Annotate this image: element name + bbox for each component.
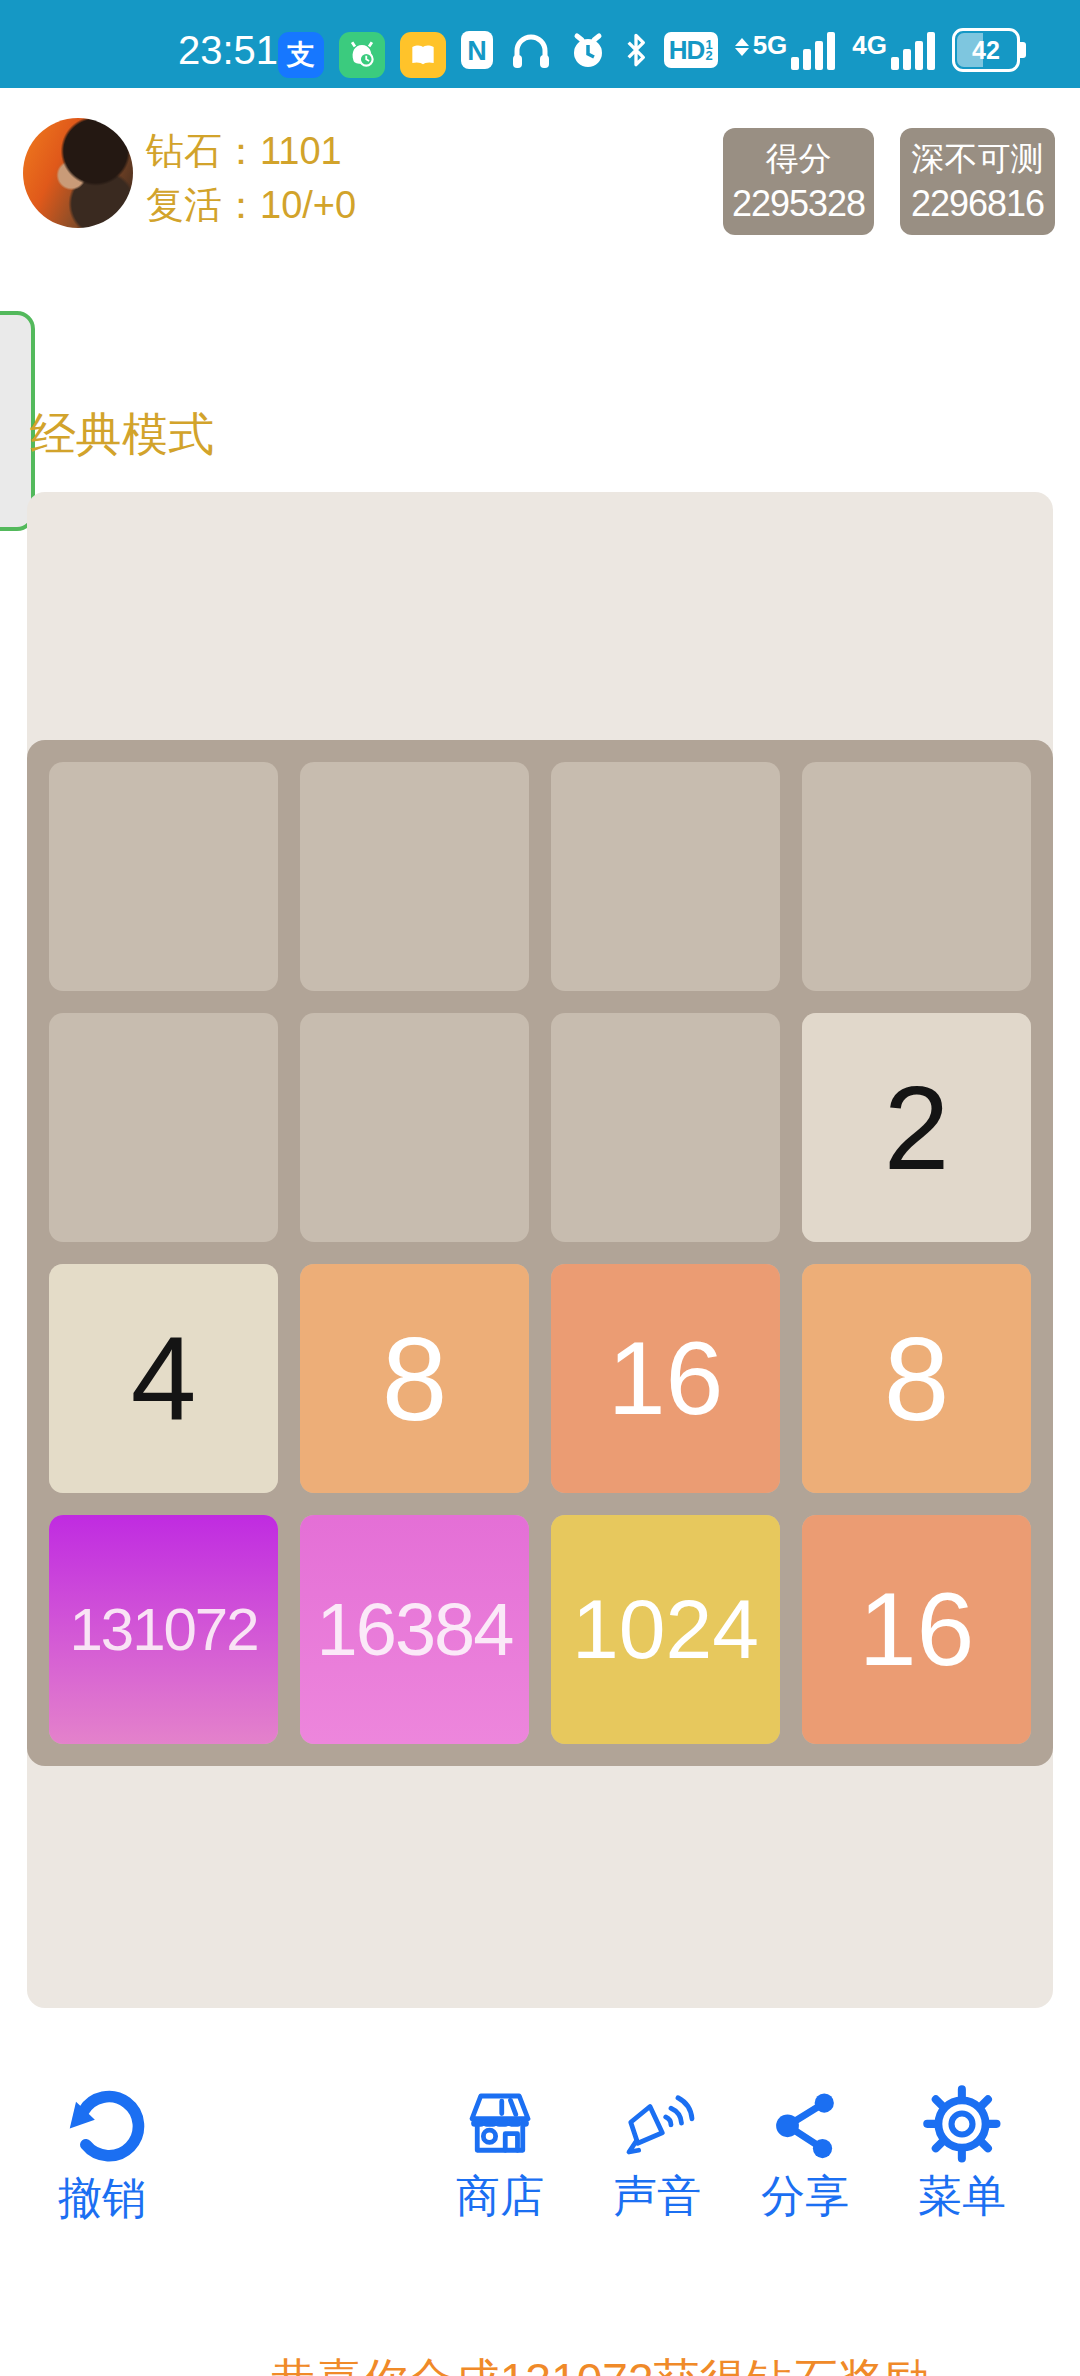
menu-label: 菜单 [918, 2172, 1006, 2220]
tile-2: 2 [802, 1013, 1031, 1242]
score-label: 得分 [766, 137, 832, 181]
best-score-label: 深不可测 [912, 137, 1044, 181]
board-cell: 16384 [300, 1515, 529, 1744]
tile-16: 16 [551, 1264, 780, 1493]
hd-text: HD [669, 35, 705, 66]
board-cell-empty [49, 762, 278, 991]
board[interactable]: 24816813107216384102416 [27, 740, 1053, 1766]
shop-label: 商店 [456, 2172, 544, 2220]
board-cell-empty [551, 1013, 780, 1242]
board-cell: 8 [802, 1264, 1031, 1493]
board-cell: 16 [551, 1264, 780, 1493]
tile-8: 8 [802, 1264, 1031, 1493]
score-value: 2295328 [732, 181, 865, 227]
headphones-icon [511, 31, 551, 69]
tile-8: 8 [300, 1264, 529, 1493]
gear-icon [920, 2082, 1004, 2166]
diamond-label: 钻石： [146, 130, 260, 172]
tile-16384: 16384 [300, 1515, 529, 1744]
data-arrows-icon [735, 38, 749, 56]
score-box: 得分 2295328 [723, 128, 874, 235]
signal-bars [891, 30, 935, 70]
mode-title: 经典模式 [30, 404, 214, 466]
board-cell-empty [300, 1013, 529, 1242]
board-cell: 16 [802, 1515, 1031, 1744]
menu-button[interactable]: 菜单 [877, 2082, 1047, 2220]
status-icons: N HD 1 2 [460, 24, 1020, 76]
diamond-row: 钻石：1101 [146, 124, 356, 178]
app-screen: 23:51 支 N [0, 0, 1080, 2376]
hd-sub: 2 [705, 50, 712, 61]
undo-icon [59, 2082, 145, 2168]
revive-label: 复活： [146, 184, 260, 226]
board-cell: 1024 [551, 1515, 780, 1744]
revive-row: 复活：10/+0 [146, 178, 356, 232]
board-cell: 8 [300, 1264, 529, 1493]
net-4g-label: 4G [852, 30, 887, 61]
undo-label: 撤销 [58, 2174, 146, 2222]
board-cell-empty [49, 1013, 278, 1242]
alarm-clock-icon [568, 30, 608, 70]
share-icon [763, 2082, 847, 2166]
tile-1024: 1024 [551, 1515, 780, 1744]
bluetooth-icon [625, 30, 647, 70]
tile-16: 16 [802, 1515, 1031, 1744]
board-cell-empty [551, 762, 780, 991]
board-cell: 131072 [49, 1515, 278, 1744]
revive-value: 10/+0 [260, 184, 356, 226]
board-cell: 2 [802, 1013, 1031, 1242]
signal-4g-icon: 4G [852, 30, 935, 70]
yellow-app-notification-icon [400, 32, 446, 78]
alipay-glyph: 支 [287, 36, 315, 74]
diamond-value: 1101 [260, 130, 342, 172]
pet-clock-icon [345, 38, 379, 72]
notification-icons: 支 [278, 32, 446, 78]
sound-icon [615, 2082, 699, 2166]
announcement-marquee: 恭喜你合成131072获得钻石奖励 [270, 2350, 930, 2376]
green-app-notification-icon [339, 32, 385, 78]
avatar[interactable] [23, 118, 133, 228]
nfc-icon: N [460, 30, 494, 70]
undo-button[interactable]: 撤销 [17, 2082, 187, 2222]
tile-131072: 131072 [49, 1515, 278, 1744]
share-button[interactable]: 分享 [720, 2082, 890, 2220]
book-icon [407, 39, 439, 71]
tile-4: 4 [49, 1264, 278, 1493]
status-bar: 23:51 支 N [0, 0, 1080, 88]
svg-text:N: N [467, 36, 487, 66]
share-label: 分享 [761, 2172, 849, 2220]
battery-icon: 42 [952, 28, 1020, 72]
shop-button[interactable]: 商店 [415, 2082, 585, 2220]
board-cell-empty [802, 762, 1031, 991]
hd-volte-icon: HD 1 2 [664, 32, 718, 68]
signal-5g-icon: 5G [735, 30, 836, 70]
sound-label: 声音 [613, 2172, 701, 2220]
board-cell-empty [300, 762, 529, 991]
player-stats: 钻石：1101 复活：10/+0 [146, 124, 356, 232]
clock-text: 23:51 [178, 28, 278, 73]
net-5g-label: 5G [753, 30, 788, 61]
battery-percent: 42 [972, 36, 1000, 65]
sound-button[interactable]: 声音 [572, 2082, 742, 2220]
board-cell: 4 [49, 1264, 278, 1493]
best-score-box: 深不可测 2296816 [900, 128, 1055, 235]
alipay-notification-icon: 支 [278, 32, 324, 78]
best-score-value: 2296816 [911, 181, 1044, 227]
signal-bars [791, 30, 835, 70]
shop-icon [458, 2082, 542, 2166]
